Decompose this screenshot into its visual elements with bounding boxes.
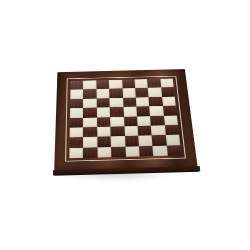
square-f8 — [134, 79, 147, 88]
square-e2 — [124, 136, 138, 147]
square-b2 — [83, 137, 97, 148]
square-c2 — [97, 137, 111, 148]
square-a3 — [70, 127, 84, 137]
square-h2 — [165, 135, 180, 146]
square-f4 — [137, 116, 151, 126]
square-c4 — [97, 117, 111, 127]
square-g3 — [151, 125, 165, 135]
product-photo — [0, 0, 250, 250]
square-c6 — [96, 98, 109, 108]
square-b6 — [83, 98, 96, 108]
square-e7 — [122, 88, 135, 97]
square-c7 — [96, 89, 109, 98]
square-b4 — [83, 117, 97, 127]
square-a7 — [70, 90, 83, 99]
square-d1 — [111, 146, 125, 157]
chessboard — [54, 69, 197, 170]
square-g1 — [153, 145, 168, 156]
square-d6 — [110, 98, 124, 108]
square-b5 — [83, 108, 96, 118]
square-a1 — [69, 147, 83, 158]
inlay-border — [65, 76, 186, 162]
square-a2 — [69, 137, 83, 148]
square-h1 — [166, 145, 181, 156]
square-a5 — [70, 108, 83, 118]
square-f5 — [136, 106, 150, 116]
square-c8 — [96, 80, 109, 89]
square-e4 — [124, 116, 138, 126]
square-d8 — [109, 80, 122, 89]
board-grid — [69, 79, 181, 159]
square-b7 — [83, 89, 96, 98]
square-f1 — [139, 146, 154, 157]
square-c1 — [97, 147, 111, 158]
square-d5 — [110, 107, 124, 117]
square-d7 — [109, 89, 122, 98]
square-g7 — [148, 88, 162, 97]
square-e1 — [125, 146, 140, 157]
square-c3 — [97, 127, 111, 137]
square-a4 — [70, 118, 84, 128]
square-e3 — [124, 126, 138, 136]
square-f6 — [136, 97, 150, 107]
square-d2 — [111, 136, 125, 147]
square-h8 — [160, 79, 174, 88]
square-e6 — [123, 97, 137, 107]
square-b8 — [83, 80, 96, 89]
square-g6 — [149, 97, 163, 107]
square-e5 — [123, 107, 137, 117]
square-d3 — [110, 126, 124, 136]
square-f2 — [138, 135, 152, 146]
square-h5 — [163, 106, 177, 116]
square-f7 — [135, 88, 149, 97]
square-b3 — [83, 127, 97, 137]
square-h6 — [162, 96, 176, 106]
square-h4 — [164, 115, 178, 125]
square-e8 — [122, 79, 135, 88]
square-a6 — [70, 99, 83, 109]
square-b1 — [83, 147, 97, 158]
square-g8 — [147, 79, 161, 88]
square-d4 — [110, 117, 124, 127]
square-g5 — [149, 106, 163, 116]
square-h3 — [164, 125, 179, 135]
square-f3 — [137, 126, 151, 136]
square-h7 — [161, 87, 175, 96]
square-g2 — [152, 135, 167, 146]
square-c5 — [97, 107, 111, 117]
square-g4 — [150, 115, 164, 125]
square-a8 — [70, 81, 83, 90]
